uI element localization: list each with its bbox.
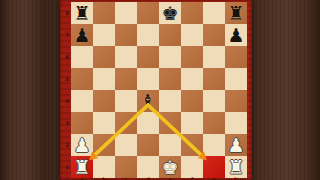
square-h4[interactable] (225, 90, 247, 112)
chess-board: ♜♚♜♟♟♝♟♟♜♚♜ (71, 2, 247, 178)
piece-white-rook-a1[interactable]: ♜ (71, 156, 93, 178)
square-b8[interactable] (93, 2, 115, 24)
square-d1[interactable] (137, 156, 159, 178)
rank-labels: 87654321 (60, 2, 71, 178)
square-f8[interactable] (181, 2, 203, 24)
rank-label-1: 1 (60, 156, 71, 178)
rank-label-2: 2 (60, 134, 71, 156)
chess-board-frame: 87654321 ♜♚♜♟♟♝♟♟♜♚♜ abcdefgh (60, 0, 252, 180)
square-b2[interactable] (93, 134, 115, 156)
square-e2[interactable] (159, 134, 181, 156)
square-c4[interactable] (115, 90, 137, 112)
square-h6[interactable] (225, 46, 247, 68)
file-label-h: h (225, 177, 247, 180)
square-e1[interactable]: ♚ (159, 156, 181, 178)
piece-black-rook-a8[interactable]: ♜ (71, 2, 93, 24)
file-label-g: g (203, 177, 225, 180)
video-frame: 87654321 ♜♚♜♟♟♝♟♟♜♚♜ abcdefgh (0, 0, 320, 180)
square-b3[interactable] (93, 112, 115, 134)
square-c1[interactable] (115, 156, 137, 178)
square-e7[interactable] (159, 24, 181, 46)
square-d3[interactable] (137, 112, 159, 134)
square-c5[interactable] (115, 68, 137, 90)
square-d7[interactable] (137, 24, 159, 46)
square-g6[interactable] (203, 46, 225, 68)
square-b4[interactable] (93, 90, 115, 112)
square-h1[interactable]: ♜ (225, 156, 247, 178)
piece-white-rook-h1[interactable]: ♜ (225, 156, 247, 178)
square-g3[interactable] (203, 112, 225, 134)
square-f5[interactable] (181, 68, 203, 90)
square-e3[interactable] (159, 112, 181, 134)
piece-black-pawn-h7[interactable]: ♟ (225, 24, 247, 46)
square-a3[interactable] (71, 112, 93, 134)
rank-label-6: 6 (60, 46, 71, 68)
piece-black-king-e8[interactable]: ♚ (159, 2, 181, 24)
square-f1[interactable] (181, 156, 203, 178)
rank-label-3: 3 (60, 112, 71, 134)
file-label-f: f (181, 177, 203, 180)
square-d2[interactable] (137, 134, 159, 156)
piece-white-king-e1[interactable]: ♚ (159, 156, 181, 178)
square-c3[interactable] (115, 112, 137, 134)
square-c6[interactable] (115, 46, 137, 68)
file-labels: abcdefgh (71, 177, 247, 180)
square-c7[interactable] (115, 24, 137, 46)
square-a2[interactable]: ♟ (71, 134, 93, 156)
piece-white-pawn-h2[interactable]: ♟ (225, 134, 247, 156)
square-c8[interactable] (115, 2, 137, 24)
square-e8[interactable]: ♚ (159, 2, 181, 24)
square-f3[interactable] (181, 112, 203, 134)
square-a7[interactable]: ♟ (71, 24, 93, 46)
square-h3[interactable] (225, 112, 247, 134)
square-h2[interactable]: ♟ (225, 134, 247, 156)
square-d4[interactable]: ♝ (137, 90, 159, 112)
square-h7[interactable]: ♟ (225, 24, 247, 46)
square-g2[interactable] (203, 134, 225, 156)
rank-label-4: 4 (60, 90, 71, 112)
square-f2[interactable] (181, 134, 203, 156)
square-a6[interactable] (71, 46, 93, 68)
square-g5[interactable] (203, 68, 225, 90)
rank-label-8: 8 (60, 2, 71, 24)
file-label-e: e (159, 177, 181, 180)
piece-white-pawn-a2[interactable]: ♟ (71, 134, 93, 156)
piece-black-rook-h8[interactable]: ♜ (225, 2, 247, 24)
square-g1[interactable] (203, 156, 225, 178)
file-label-b: b (93, 177, 115, 180)
square-d8[interactable] (137, 2, 159, 24)
rank-label-7: 7 (60, 24, 71, 46)
square-a1[interactable]: ♜ (71, 156, 93, 178)
square-e4[interactable] (159, 90, 181, 112)
square-g7[interactable] (203, 24, 225, 46)
square-b1[interactable] (93, 156, 115, 178)
square-e5[interactable] (159, 68, 181, 90)
square-a8[interactable]: ♜ (71, 2, 93, 24)
square-b5[interactable] (93, 68, 115, 90)
square-d5[interactable] (137, 68, 159, 90)
square-g4[interactable] (203, 90, 225, 112)
square-a4[interactable] (71, 90, 93, 112)
square-d6[interactable] (137, 46, 159, 68)
square-f6[interactable] (181, 46, 203, 68)
rank-label-5: 5 (60, 68, 71, 90)
file-label-d: d (137, 177, 159, 180)
square-g8[interactable] (203, 2, 225, 24)
square-h5[interactable] (225, 68, 247, 90)
file-label-c: c (115, 177, 137, 180)
square-b6[interactable] (93, 46, 115, 68)
square-f7[interactable] (181, 24, 203, 46)
square-e6[interactable] (159, 46, 181, 68)
square-b7[interactable] (93, 24, 115, 46)
file-label-a: a (71, 177, 93, 180)
piece-black-pawn-a7[interactable]: ♟ (71, 24, 93, 46)
square-c2[interactable] (115, 134, 137, 156)
piece-black-bishop-d4[interactable]: ♝ (137, 90, 159, 112)
square-a5[interactable] (71, 68, 93, 90)
square-h8[interactable]: ♜ (225, 2, 247, 24)
square-f4[interactable] (181, 90, 203, 112)
